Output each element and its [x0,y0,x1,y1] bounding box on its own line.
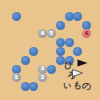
blue-stone[interactable] [73,12,82,21]
blue-stone[interactable] [47,65,56,74]
blue-stone[interactable] [21,56,30,65]
gray-stone-3[interactable]: 3 [38,65,47,74]
blue-stone[interactable] [21,82,30,91]
hiroimono-puzzle-screen: 456312 ひろいもの [0,0,100,100]
gray-stone-1[interactable]: 1 [12,73,21,82]
blue-stone[interactable] [12,65,21,74]
blue-stone[interactable] [56,38,65,47]
blue-stone[interactable] [12,12,21,21]
title-char: い [63,80,71,91]
blue-stone[interactable] [82,21,91,30]
white-flag-icon [72,69,83,78]
blue-stone[interactable] [65,12,74,21]
black-flag-icon [77,59,88,68]
blue-stone[interactable] [56,47,65,56]
blue-stone[interactable] [65,38,74,47]
blue-stone[interactable] [56,21,65,30]
